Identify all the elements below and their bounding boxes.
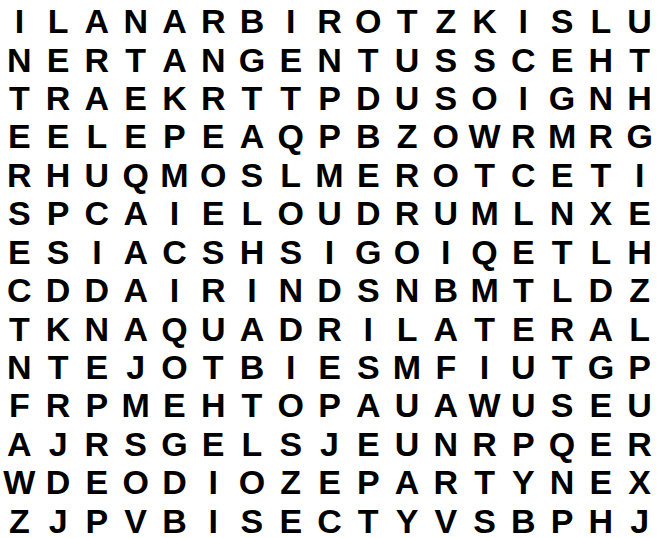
grid-cell[interactable]: N [310, 38, 349, 76]
grid-cell[interactable]: U [310, 192, 349, 230]
grid-cell[interactable]: Z [620, 269, 659, 307]
grid-cell[interactable]: E [39, 115, 78, 153]
grid-cell[interactable]: R [39, 77, 78, 115]
grid-cell[interactable]: D [78, 269, 117, 307]
grid-cell[interactable]: N [194, 38, 233, 76]
grid-cell[interactable]: P [349, 461, 388, 499]
grid-cell[interactable]: E [581, 423, 620, 461]
grid-cell[interactable]: K [465, 0, 504, 38]
grid-cell[interactable]: R [388, 192, 427, 230]
grid-cell[interactable]: O [233, 461, 272, 499]
grid-cell[interactable]: N [426, 423, 465, 461]
grid-cell[interactable]: R [78, 38, 117, 76]
grid-cell[interactable]: V [426, 500, 465, 538]
grid-cell[interactable]: T [233, 77, 272, 115]
grid-cell[interactable]: L [388, 307, 427, 345]
grid-cell[interactable]: G [581, 346, 620, 384]
grid-cell[interactable]: M [543, 115, 582, 153]
grid-cell[interactable]: I [426, 231, 465, 269]
grid-cell[interactable]: E [581, 461, 620, 499]
grid-cell[interactable]: E [78, 461, 117, 499]
grid-cell[interactable]: P [620, 346, 659, 384]
grid-cell[interactable]: Q [271, 115, 310, 153]
grid-cell[interactable]: E [78, 346, 117, 384]
grid-cell[interactable]: Q [116, 154, 155, 192]
grid-cell[interactable]: U [620, 384, 659, 422]
grid-cell[interactable]: H [233, 231, 272, 269]
grid-cell[interactable]: S [543, 384, 582, 422]
grid-cell[interactable]: U [194, 307, 233, 345]
grid-cell[interactable]: R [78, 423, 117, 461]
grid-cell[interactable]: E [271, 500, 310, 538]
grid-cell[interactable]: C [78, 192, 117, 230]
grid-cell[interactable]: V [116, 500, 155, 538]
grid-cell[interactable]: I [194, 461, 233, 499]
grid-cell[interactable]: E [349, 423, 388, 461]
grid-cell[interactable]: U [504, 384, 543, 422]
grid-cell[interactable]: H [620, 231, 659, 269]
grid-cell[interactable]: R [0, 154, 39, 192]
grid-cell[interactable]: J [116, 346, 155, 384]
grid-cell[interactable]: Y [504, 461, 543, 499]
grid-cell[interactable]: I [78, 231, 117, 269]
grid-cell[interactable]: U [426, 192, 465, 230]
grid-cell[interactable]: J [39, 423, 78, 461]
grid-cell[interactable]: R [194, 77, 233, 115]
grid-cell[interactable]: S [465, 500, 504, 538]
grid-cell[interactable]: R [310, 0, 349, 38]
grid-cell[interactable]: A [116, 269, 155, 307]
grid-cell[interactable]: S [349, 269, 388, 307]
grid-cell[interactable]: O [194, 154, 233, 192]
grid-cell[interactable]: T [194, 346, 233, 384]
grid-cell[interactable]: T [388, 0, 427, 38]
grid-cell[interactable]: A [116, 231, 155, 269]
grid-cell[interactable]: E [543, 154, 582, 192]
grid-cell[interactable]: U [388, 384, 427, 422]
grid-cell[interactable]: C [504, 38, 543, 76]
grid-cell[interactable]: R [310, 307, 349, 345]
grid-cell[interactable]: A [426, 384, 465, 422]
grid-cell[interactable]: T [504, 269, 543, 307]
grid-cell[interactable]: N [271, 269, 310, 307]
grid-cell[interactable]: O [465, 77, 504, 115]
grid-cell[interactable]: I [504, 0, 543, 38]
grid-cell[interactable]: P [310, 115, 349, 153]
grid-cell[interactable]: J [620, 500, 659, 538]
grid-cell[interactable]: S [233, 500, 272, 538]
grid-cell[interactable]: I [0, 0, 39, 38]
grid-cell[interactable]: A [116, 307, 155, 345]
grid-cell[interactable]: H [581, 38, 620, 76]
grid-cell[interactable]: S [349, 346, 388, 384]
grid-cell[interactable]: I [271, 0, 310, 38]
grid-cell[interactable]: U [504, 346, 543, 384]
grid-cell[interactable]: F [426, 346, 465, 384]
grid-cell[interactable]: I [349, 307, 388, 345]
grid-cell[interactable]: M [465, 269, 504, 307]
grid-cell[interactable]: N [0, 38, 39, 76]
grid-cell[interactable]: P [78, 384, 117, 422]
grid-cell[interactable]: T [349, 38, 388, 76]
grid-cell[interactable]: T [116, 38, 155, 76]
grid-cell[interactable]: S [543, 0, 582, 38]
grid-cell[interactable]: G [543, 77, 582, 115]
grid-cell[interactable]: E [504, 231, 543, 269]
grid-cell[interactable]: A [581, 307, 620, 345]
grid-cell[interactable]: A [388, 461, 427, 499]
grid-cell[interactable]: N [0, 346, 39, 384]
grid-cell[interactable]: O [271, 192, 310, 230]
grid-cell[interactable]: N [543, 461, 582, 499]
grid-cell[interactable]: I [465, 346, 504, 384]
grid-cell[interactable]: P [78, 500, 117, 538]
grid-cell[interactable]: E [504, 307, 543, 345]
grid-cell[interactable]: S [39, 231, 78, 269]
grid-cell[interactable]: L [543, 269, 582, 307]
grid-cell[interactable]: W [0, 461, 39, 499]
grid-cell[interactable]: O [116, 461, 155, 499]
grid-cell[interactable]: G [349, 231, 388, 269]
grid-cell[interactable]: E [0, 115, 39, 153]
word-search-grid: ILANARBIROTZKISLUNERTANGENTUSSCEHTTRAEKR… [0, 0, 659, 538]
grid-cell[interactable]: H [194, 384, 233, 422]
grid-cell[interactable]: R [194, 0, 233, 38]
grid-cell[interactable]: L [233, 423, 272, 461]
grid-cell[interactable]: W [465, 115, 504, 153]
grid-cell[interactable]: R [388, 154, 427, 192]
grid-cell[interactable]: B [426, 269, 465, 307]
grid-cell[interactable]: Q [155, 307, 194, 345]
grid-cell[interactable]: Y [388, 500, 427, 538]
grid-cell[interactable]: P [504, 423, 543, 461]
grid-cell[interactable]: M [310, 154, 349, 192]
grid-cell[interactable]: T [543, 346, 582, 384]
grid-cell[interactable]: T [543, 231, 582, 269]
grid-cell[interactable]: H [581, 500, 620, 538]
grid-cell[interactable]: M [465, 192, 504, 230]
grid-cell[interactable]: B [233, 346, 272, 384]
grid-cell[interactable]: G [155, 423, 194, 461]
grid-cell[interactable]: O [426, 115, 465, 153]
grid-cell[interactable]: S [426, 77, 465, 115]
grid-cell[interactable]: R [581, 115, 620, 153]
grid-cell[interactable]: C [155, 231, 194, 269]
grid-cell[interactable]: N [543, 192, 582, 230]
grid-cell[interactable]: R [426, 461, 465, 499]
grid-cell[interactable]: S [0, 192, 39, 230]
grid-cell[interactable]: R [465, 423, 504, 461]
grid-cell[interactable]: D [39, 269, 78, 307]
grid-cell[interactable]: E [310, 461, 349, 499]
grid-cell[interactable]: A [155, 38, 194, 76]
grid-cell[interactable]: J [39, 500, 78, 538]
grid-cell[interactable]: L [581, 231, 620, 269]
grid-cell[interactable]: Q [465, 231, 504, 269]
grid-cell[interactable]: I [310, 231, 349, 269]
grid-cell[interactable]: T [465, 307, 504, 345]
grid-cell[interactable]: E [620, 192, 659, 230]
grid-cell[interactable]: B [233, 0, 272, 38]
grid-cell[interactable]: A [78, 0, 117, 38]
grid-cell[interactable]: F [0, 384, 39, 422]
grid-cell[interactable]: T [271, 77, 310, 115]
grid-cell[interactable]: E [155, 384, 194, 422]
grid-cell[interactable]: E [194, 423, 233, 461]
grid-cell[interactable]: Q [543, 423, 582, 461]
grid-cell[interactable]: U [388, 38, 427, 76]
grid-cell[interactable]: Z [388, 115, 427, 153]
grid-cell[interactable]: E [194, 192, 233, 230]
grid-cell[interactable]: T [581, 154, 620, 192]
grid-cell[interactable]: E [116, 115, 155, 153]
grid-cell[interactable]: L [620, 307, 659, 345]
grid-cell[interactable]: N [116, 0, 155, 38]
grid-cell[interactable]: L [504, 192, 543, 230]
grid-cell[interactable]: O [155, 346, 194, 384]
grid-cell[interactable]: R [543, 307, 582, 345]
grid-cell[interactable]: I [233, 269, 272, 307]
grid-cell[interactable]: B [504, 500, 543, 538]
grid-cell[interactable]: M [388, 346, 427, 384]
grid-cell[interactable]: S [465, 38, 504, 76]
grid-cell[interactable]: T [0, 307, 39, 345]
grid-cell[interactable]: R [620, 423, 659, 461]
grid-cell[interactable]: I [155, 192, 194, 230]
grid-cell[interactable]: E [271, 38, 310, 76]
grid-cell[interactable]: D [349, 192, 388, 230]
grid-cell[interactable]: C [0, 269, 39, 307]
grid-cell[interactable]: E [310, 346, 349, 384]
grid-cell[interactable]: P [310, 384, 349, 422]
grid-cell[interactable]: O [271, 384, 310, 422]
grid-cell[interactable]: C [310, 500, 349, 538]
grid-cell[interactable]: E [0, 231, 39, 269]
grid-cell[interactable]: E [194, 115, 233, 153]
grid-cell[interactable]: A [233, 115, 272, 153]
grid-cell[interactable]: O [349, 0, 388, 38]
grid-cell[interactable]: J [310, 423, 349, 461]
grid-cell[interactable]: T [233, 384, 272, 422]
grid-cell[interactable]: S [116, 423, 155, 461]
grid-cell[interactable]: E [349, 154, 388, 192]
grid-cell[interactable]: O [426, 154, 465, 192]
grid-cell[interactable]: I [194, 500, 233, 538]
grid-cell[interactable]: D [581, 269, 620, 307]
grid-cell[interactable]: N [581, 77, 620, 115]
grid-cell[interactable]: W [465, 384, 504, 422]
grid-cell[interactable]: T [0, 77, 39, 115]
grid-cell[interactable]: A [349, 384, 388, 422]
grid-cell[interactable]: D [39, 461, 78, 499]
grid-cell[interactable]: U [78, 154, 117, 192]
grid-cell[interactable]: D [349, 77, 388, 115]
grid-cell[interactable]: L [233, 192, 272, 230]
grid-cell[interactable]: I [504, 77, 543, 115]
grid-cell[interactable]: S [271, 423, 310, 461]
grid-cell[interactable]: M [116, 384, 155, 422]
grid-cell[interactable]: S [271, 231, 310, 269]
grid-cell[interactable]: T [465, 461, 504, 499]
grid-cell[interactable]: T [465, 154, 504, 192]
grid-cell[interactable]: L [78, 115, 117, 153]
grid-cell[interactable]: P [39, 192, 78, 230]
grid-cell[interactable]: P [155, 115, 194, 153]
grid-cell[interactable]: I [155, 269, 194, 307]
grid-cell[interactable]: X [581, 192, 620, 230]
grid-cell[interactable]: H [39, 154, 78, 192]
grid-cell[interactable]: T [349, 500, 388, 538]
grid-cell[interactable]: E [581, 384, 620, 422]
grid-cell[interactable]: O [388, 231, 427, 269]
grid-cell[interactable]: L [271, 154, 310, 192]
grid-cell[interactable]: U [620, 0, 659, 38]
grid-cell[interactable]: Z [426, 0, 465, 38]
grid-cell[interactable]: E [543, 38, 582, 76]
grid-cell[interactable]: E [39, 38, 78, 76]
grid-cell[interactable]: B [349, 115, 388, 153]
grid-cell[interactable]: A [116, 192, 155, 230]
grid-cell[interactable]: G [233, 38, 272, 76]
grid-cell[interactable]: M [155, 154, 194, 192]
grid-cell[interactable]: D [310, 269, 349, 307]
grid-cell[interactable]: R [504, 115, 543, 153]
grid-cell[interactable]: E [116, 77, 155, 115]
grid-cell[interactable]: S [233, 154, 272, 192]
grid-cell[interactable]: S [194, 231, 233, 269]
grid-cell[interactable]: H [620, 77, 659, 115]
grid-cell[interactable]: N [78, 307, 117, 345]
grid-cell[interactable]: L [39, 0, 78, 38]
grid-cell[interactable]: A [78, 77, 117, 115]
grid-cell[interactable]: Z [0, 500, 39, 538]
grid-cell[interactable]: U [388, 77, 427, 115]
grid-cell[interactable]: A [155, 0, 194, 38]
grid-cell[interactable]: P [310, 77, 349, 115]
grid-cell[interactable]: D [271, 307, 310, 345]
grid-cell[interactable]: K [39, 307, 78, 345]
grid-cell[interactable]: B [155, 500, 194, 538]
grid-cell[interactable]: U [388, 423, 427, 461]
grid-cell[interactable]: N [388, 269, 427, 307]
grid-cell[interactable]: A [233, 307, 272, 345]
grid-cell[interactable]: C [504, 154, 543, 192]
grid-cell[interactable]: R [194, 269, 233, 307]
grid-cell[interactable]: X [620, 461, 659, 499]
grid-cell[interactable]: I [620, 154, 659, 192]
grid-cell[interactable]: Z [271, 461, 310, 499]
grid-cell[interactable]: A [0, 423, 39, 461]
grid-cell[interactable]: K [155, 77, 194, 115]
grid-cell[interactable]: L [581, 0, 620, 38]
grid-cell[interactable]: I [271, 346, 310, 384]
grid-cell[interactable]: R [39, 384, 78, 422]
grid-cell[interactable]: P [543, 500, 582, 538]
grid-cell[interactable]: T [620, 38, 659, 76]
grid-cell[interactable]: G [620, 115, 659, 153]
grid-cell[interactable]: A [426, 307, 465, 345]
grid-cell[interactable]: D [155, 461, 194, 499]
grid-cell[interactable]: S [426, 38, 465, 76]
grid-cell[interactable]: T [39, 346, 78, 384]
